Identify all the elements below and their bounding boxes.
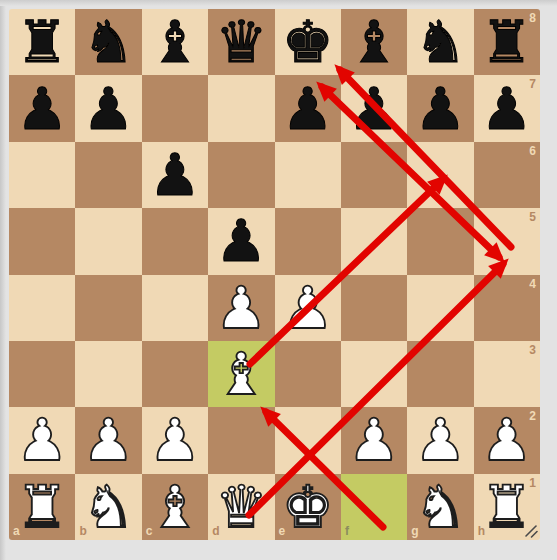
file-label-h: h [478, 525, 485, 537]
piece-white-pawn-e4[interactable]: ♟ [275, 275, 341, 341]
square-e5[interactable] [275, 208, 341, 274]
square-a1[interactable]: a♜ [9, 474, 75, 540]
square-d3[interactable]: ♝ [208, 341, 274, 407]
square-d8[interactable]: ♛ [208, 9, 274, 75]
square-a8[interactable]: ♜ [9, 9, 75, 75]
rank-label-7: 7 [529, 78, 536, 90]
piece-black-knight-b8[interactable]: ♞ [75, 9, 141, 75]
square-a2[interactable]: ♟ [9, 407, 75, 473]
square-e8[interactable]: ♚ [275, 9, 341, 75]
piece-white-pawn-g2[interactable]: ♟ [407, 407, 473, 473]
rank-label-6: 6 [529, 145, 536, 157]
square-h2[interactable]: 2♟ [474, 407, 540, 473]
square-f8[interactable]: ♝ [341, 9, 407, 75]
square-h5[interactable]: 5 [474, 208, 540, 274]
square-g5[interactable] [407, 208, 473, 274]
piece-white-pawn-c2[interactable]: ♟ [142, 407, 208, 473]
square-d2[interactable] [208, 407, 274, 473]
square-e2[interactable] [275, 407, 341, 473]
square-d7[interactable] [208, 75, 274, 141]
square-e4[interactable]: ♟ [275, 275, 341, 341]
file-label-g: g [411, 525, 418, 537]
square-b7[interactable]: ♟ [75, 75, 141, 141]
file-label-c: c [146, 525, 153, 537]
rank-label-2: 2 [529, 410, 536, 422]
square-f3[interactable] [341, 341, 407, 407]
piece-white-pawn-d4[interactable]: ♟ [208, 275, 274, 341]
piece-black-pawn-f7[interactable]: ♟ [341, 75, 407, 141]
square-c5[interactable] [142, 208, 208, 274]
rank-label-8: 8 [529, 12, 536, 24]
square-b6[interactable] [75, 142, 141, 208]
rank-label-5: 5 [529, 211, 536, 223]
square-a6[interactable] [9, 142, 75, 208]
square-c6[interactable]: ♟ [142, 142, 208, 208]
square-f2[interactable]: ♟ [341, 407, 407, 473]
square-e6[interactable] [275, 142, 341, 208]
square-b4[interactable] [75, 275, 141, 341]
square-h6[interactable]: 6 [474, 142, 540, 208]
square-g1[interactable]: g♞ [407, 474, 473, 540]
square-c3[interactable] [142, 341, 208, 407]
square-a5[interactable] [9, 208, 75, 274]
square-g8[interactable]: ♞ [407, 9, 473, 75]
square-e1[interactable]: e♚ [275, 474, 341, 540]
file-label-a: a [13, 525, 20, 537]
piece-black-queen-d8[interactable]: ♛ [208, 9, 274, 75]
square-c7[interactable] [142, 75, 208, 141]
square-g6[interactable] [407, 142, 473, 208]
page-background: { "game": "chess", "view": "analysis-boa… [0, 0, 557, 560]
piece-white-bishop-d3[interactable]: ♝ [208, 341, 274, 407]
square-c2[interactable]: ♟ [142, 407, 208, 473]
piece-black-pawn-c6[interactable]: ♟ [142, 142, 208, 208]
piece-black-pawn-b7[interactable]: ♟ [75, 75, 141, 141]
piece-black-pawn-e7[interactable]: ♟ [275, 75, 341, 141]
piece-black-pawn-a7[interactable]: ♟ [9, 75, 75, 141]
square-b2[interactable]: ♟ [75, 407, 141, 473]
square-g2[interactable]: ♟ [407, 407, 473, 473]
square-e7[interactable]: ♟ [275, 75, 341, 141]
square-b1[interactable]: b♞ [75, 474, 141, 540]
square-f1[interactable]: f [341, 474, 407, 540]
chess-board: ♜♞♝♛♚♝♞8♜♟♟♟♟♟7♟♟6♟5♟♟4♝3♟♟♟♟♟2♟a♜b♞c♝d♛… [9, 9, 540, 540]
window-edge-shade [0, 0, 6, 560]
file-label-d: d [212, 525, 219, 537]
rank-label-1: 1 [529, 477, 536, 489]
piece-white-pawn-f2[interactable]: ♟ [341, 407, 407, 473]
square-e3[interactable] [275, 341, 341, 407]
piece-white-pawn-a2[interactable]: ♟ [9, 407, 75, 473]
square-d4[interactable]: ♟ [208, 275, 274, 341]
square-c1[interactable]: c♝ [142, 474, 208, 540]
rank-label-4: 4 [529, 278, 536, 290]
piece-black-pawn-d5[interactable]: ♟ [208, 208, 274, 274]
piece-black-bishop-f8[interactable]: ♝ [341, 9, 407, 75]
window-edge-shade-top [0, 0, 557, 6]
square-f6[interactable] [341, 142, 407, 208]
file-label-b: b [79, 525, 86, 537]
file-label-f: f [345, 525, 349, 537]
square-d5[interactable]: ♟ [208, 208, 274, 274]
piece-black-bishop-c8[interactable]: ♝ [142, 9, 208, 75]
piece-black-knight-g8[interactable]: ♞ [407, 9, 473, 75]
square-a7[interactable]: ♟ [9, 75, 75, 141]
square-d1[interactable]: d♛ [208, 474, 274, 540]
piece-black-rook-a8[interactable]: ♜ [9, 9, 75, 75]
piece-black-king-e8[interactable]: ♚ [275, 9, 341, 75]
square-g7[interactable]: ♟ [407, 75, 473, 141]
square-a3[interactable] [9, 341, 75, 407]
square-b5[interactable] [75, 208, 141, 274]
square-d6[interactable] [208, 142, 274, 208]
square-b3[interactable] [75, 341, 141, 407]
piece-black-pawn-g7[interactable]: ♟ [407, 75, 473, 141]
square-g4[interactable] [407, 275, 473, 341]
square-h3[interactable]: 3 [474, 341, 540, 407]
file-label-e: e [279, 525, 286, 537]
square-a4[interactable] [9, 275, 75, 341]
square-f4[interactable] [341, 275, 407, 341]
square-h4[interactable]: 4 [474, 275, 540, 341]
square-g3[interactable] [407, 341, 473, 407]
square-h7[interactable]: 7♟ [474, 75, 540, 141]
square-c4[interactable] [142, 275, 208, 341]
board-resize-handle[interactable] [522, 522, 540, 540]
rank-label-3: 3 [529, 344, 536, 356]
square-f7[interactable]: ♟ [341, 75, 407, 141]
square-h8[interactable]: 8♜ [474, 9, 540, 75]
square-f5[interactable] [341, 208, 407, 274]
square-c8[interactable]: ♝ [142, 9, 208, 75]
piece-white-pawn-b2[interactable]: ♟ [75, 407, 141, 473]
square-b8[interactable]: ♞ [75, 9, 141, 75]
